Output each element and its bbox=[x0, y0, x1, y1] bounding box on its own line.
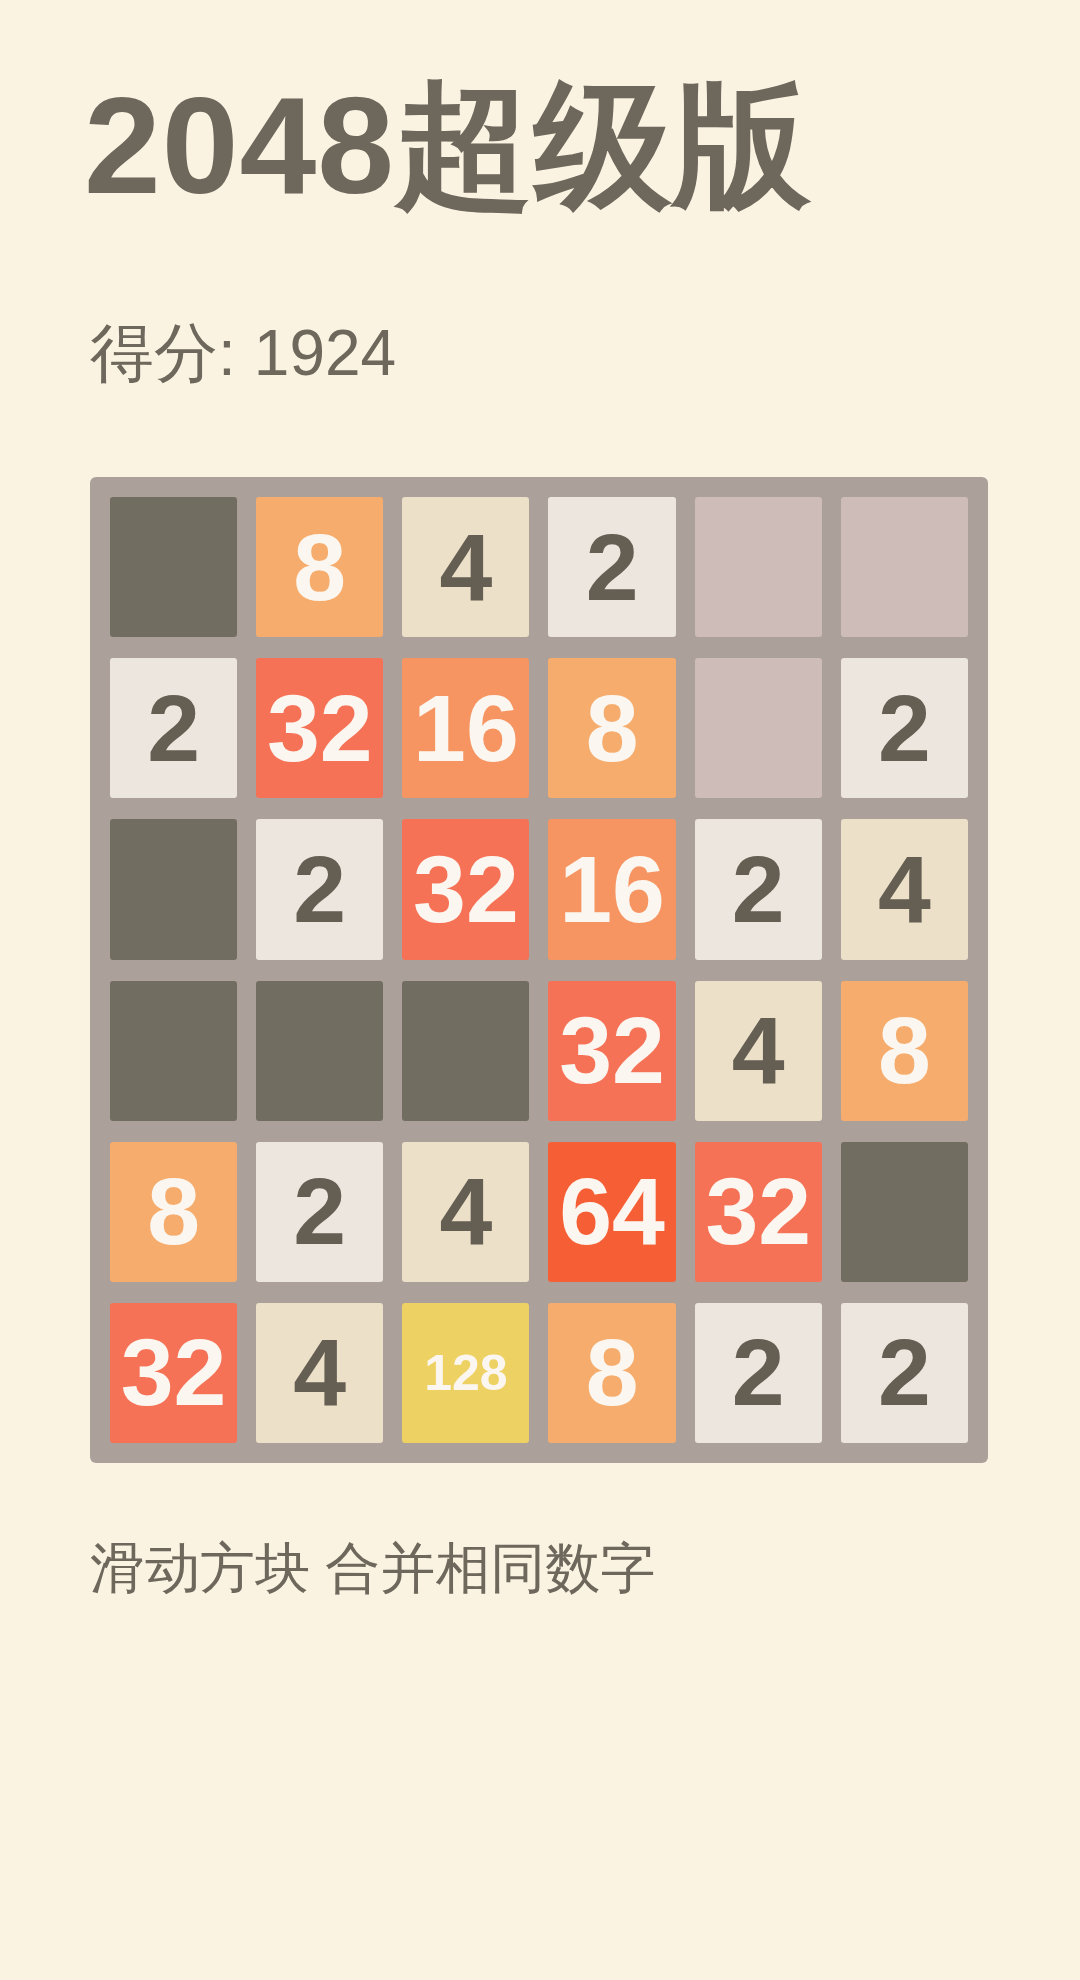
score-value: 1924 bbox=[254, 317, 396, 389]
tile-8: 8 bbox=[548, 658, 675, 798]
block-cell bbox=[841, 1142, 968, 1282]
tile-128: 128 bbox=[402, 1303, 529, 1443]
tile-4: 4 bbox=[256, 1303, 383, 1443]
block-cell bbox=[110, 819, 237, 959]
tile-4: 4 bbox=[695, 981, 822, 1121]
tile-32: 32 bbox=[695, 1142, 822, 1282]
tile-8: 8 bbox=[256, 497, 383, 637]
score-label: 得分: bbox=[90, 317, 236, 389]
tile-4: 4 bbox=[402, 1142, 529, 1282]
tile-8: 8 bbox=[841, 981, 968, 1121]
tile-8: 8 bbox=[110, 1142, 237, 1282]
tile-16: 16 bbox=[402, 658, 529, 798]
tile-32: 32 bbox=[402, 819, 529, 959]
tile-2: 2 bbox=[695, 1303, 822, 1443]
tile-2: 2 bbox=[256, 1142, 383, 1282]
tile-32: 32 bbox=[548, 981, 675, 1121]
tile-2: 2 bbox=[548, 497, 675, 637]
empty-cell bbox=[695, 658, 822, 798]
tile-4: 4 bbox=[402, 497, 529, 637]
block-cell bbox=[110, 497, 237, 637]
block-cell bbox=[402, 981, 529, 1121]
tile-2: 2 bbox=[841, 1303, 968, 1443]
page-title: 2048超级版 bbox=[84, 70, 812, 222]
instructions-text: 滑动方块 合并相同数字 bbox=[90, 1532, 655, 1606]
empty-cell bbox=[841, 497, 968, 637]
block-cell bbox=[110, 981, 237, 1121]
empty-cell bbox=[695, 497, 822, 637]
tile-64: 64 bbox=[548, 1142, 675, 1282]
block-cell bbox=[256, 981, 383, 1121]
tile-8: 8 bbox=[548, 1303, 675, 1443]
tile-16: 16 bbox=[548, 819, 675, 959]
tile-32: 32 bbox=[256, 658, 383, 798]
score-line: 得分:1924 bbox=[90, 310, 396, 397]
tile-2: 2 bbox=[110, 658, 237, 798]
tile-32: 32 bbox=[110, 1303, 237, 1443]
tile-2: 2 bbox=[841, 658, 968, 798]
tile-4: 4 bbox=[841, 819, 968, 959]
tile-2: 2 bbox=[256, 819, 383, 959]
tile-2: 2 bbox=[695, 819, 822, 959]
board-grid[interactable]: 8422321682232162432488246432324128822 bbox=[90, 477, 988, 1463]
